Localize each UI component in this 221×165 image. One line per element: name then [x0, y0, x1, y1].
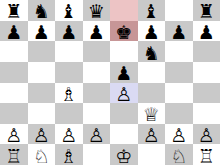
square-g7[interactable]: ♟: [165, 21, 193, 42]
square-a1[interactable]: ♖: [0, 144, 28, 165]
white-pawn[interactable]: ♙: [88, 125, 105, 145]
black-queen[interactable]: ♛: [88, 1, 105, 21]
square-c1[interactable]: ♗: [55, 144, 83, 165]
square-f4[interactable]: [138, 83, 166, 104]
square-a3[interactable]: [0, 103, 28, 124]
square-h6[interactable]: [193, 41, 221, 62]
square-h7[interactable]: ♟: [193, 21, 221, 42]
white-pawn[interactable]: ♙: [33, 125, 50, 145]
white-rook[interactable]: ♖: [5, 145, 22, 165]
black-bishop[interactable]: ♝: [143, 1, 160, 21]
white-king[interactable]: ♔: [115, 145, 132, 165]
square-f3[interactable]: ♕: [138, 103, 166, 124]
square-c7[interactable]: ♟: [55, 21, 83, 42]
square-f5[interactable]: [138, 62, 166, 83]
white-pawn[interactable]: ♙: [5, 125, 22, 145]
black-rook[interactable]: ♜: [5, 1, 22, 21]
white-pawn[interactable]: ♙: [60, 125, 77, 145]
square-h1[interactable]: ♖: [193, 144, 221, 165]
square-d5[interactable]: [83, 62, 111, 83]
square-b8[interactable]: ♞: [28, 0, 56, 21]
black-rook[interactable]: ♜: [198, 1, 215, 21]
square-c2[interactable]: ♙: [55, 124, 83, 145]
square-h2[interactable]: ♙: [193, 124, 221, 145]
square-h4[interactable]: [193, 83, 221, 104]
square-h5[interactable]: [193, 62, 221, 83]
square-e1[interactable]: ♔: [110, 144, 138, 165]
white-bishop[interactable]: ♗: [60, 83, 77, 103]
black-king[interactable]: ♚: [115, 21, 132, 41]
square-b7[interactable]: ♟: [28, 21, 56, 42]
square-e5[interactable]: ♟: [110, 62, 138, 83]
square-b3[interactable]: [28, 103, 56, 124]
square-c4[interactable]: ♗: [55, 83, 83, 104]
white-rook[interactable]: ♖: [198, 145, 215, 165]
white-pawn[interactable]: ♙: [198, 125, 215, 145]
white-pawn[interactable]: ♙: [115, 83, 132, 103]
square-g8[interactable]: [165, 0, 193, 21]
black-pawn[interactable]: ♟: [170, 21, 187, 41]
square-a6[interactable]: [0, 41, 28, 62]
square-c6[interactable]: [55, 41, 83, 62]
black-knight[interactable]: ♞: [33, 1, 50, 21]
square-d1[interactable]: [83, 144, 111, 165]
black-knight[interactable]: ♞: [143, 42, 160, 62]
square-b2[interactable]: ♙: [28, 124, 56, 145]
square-f1[interactable]: [138, 144, 166, 165]
black-pawn[interactable]: ♟: [198, 21, 215, 41]
square-f7[interactable]: ♟: [138, 21, 166, 42]
square-e4[interactable]: ♙: [110, 83, 138, 104]
square-b4[interactable]: [28, 83, 56, 104]
black-pawn[interactable]: ♟: [60, 21, 77, 41]
square-h8[interactable]: ♜: [193, 0, 221, 21]
square-g1[interactable]: ♘: [165, 144, 193, 165]
square-c3[interactable]: [55, 103, 83, 124]
square-d2[interactable]: ♙: [83, 124, 111, 145]
square-e2[interactable]: [110, 124, 138, 145]
square-b6[interactable]: [28, 41, 56, 62]
white-bishop[interactable]: ♗: [60, 145, 77, 165]
white-knight[interactable]: ♘: [170, 145, 187, 165]
white-pawn[interactable]: ♙: [170, 125, 187, 145]
square-a2[interactable]: ♙: [0, 124, 28, 145]
square-d8[interactable]: ♛: [83, 0, 111, 21]
black-pawn[interactable]: ♟: [143, 21, 160, 41]
square-g6[interactable]: [165, 41, 193, 62]
square-d4[interactable]: [83, 83, 111, 104]
square-b5[interactable]: [28, 62, 56, 83]
square-e3[interactable]: [110, 103, 138, 124]
square-g3[interactable]: [165, 103, 193, 124]
square-f6[interactable]: ♞: [138, 41, 166, 62]
square-g5[interactable]: [165, 62, 193, 83]
black-bishop[interactable]: ♝: [60, 1, 77, 21]
square-h3[interactable]: [193, 103, 221, 124]
square-d6[interactable]: [83, 41, 111, 62]
square-g2[interactable]: ♙: [165, 124, 193, 145]
square-a7[interactable]: ♟: [0, 21, 28, 42]
black-pawn[interactable]: ♟: [5, 21, 22, 41]
white-pawn[interactable]: ♙: [143, 125, 160, 145]
square-e7[interactable]: ♚: [110, 21, 138, 42]
square-e6[interactable]: [110, 41, 138, 62]
square-d7[interactable]: ♟: [83, 21, 111, 42]
square-c8[interactable]: ♝: [55, 0, 83, 21]
square-g4[interactable]: [165, 83, 193, 104]
chess-board: ♜♞♝♛♝♜♟♟♟♟♚♟♟♟♞♟♗♙♕♙♙♙♙♙♙♙♖♘♗♔♘♖: [0, 0, 220, 165]
black-pawn[interactable]: ♟: [33, 21, 50, 41]
black-pawn[interactable]: ♟: [115, 63, 132, 83]
white-knight[interactable]: ♘: [33, 145, 50, 165]
square-a5[interactable]: [0, 62, 28, 83]
black-pawn[interactable]: ♟: [88, 21, 105, 41]
square-f2[interactable]: ♙: [138, 124, 166, 145]
square-b1[interactable]: ♘: [28, 144, 56, 165]
square-e8[interactable]: [110, 0, 138, 21]
square-a4[interactable]: [0, 83, 28, 104]
white-queen[interactable]: ♕: [143, 104, 160, 124]
square-d3[interactable]: [83, 103, 111, 124]
square-a8[interactable]: ♜: [0, 0, 28, 21]
square-f8[interactable]: ♝: [138, 0, 166, 21]
square-c5[interactable]: [55, 62, 83, 83]
